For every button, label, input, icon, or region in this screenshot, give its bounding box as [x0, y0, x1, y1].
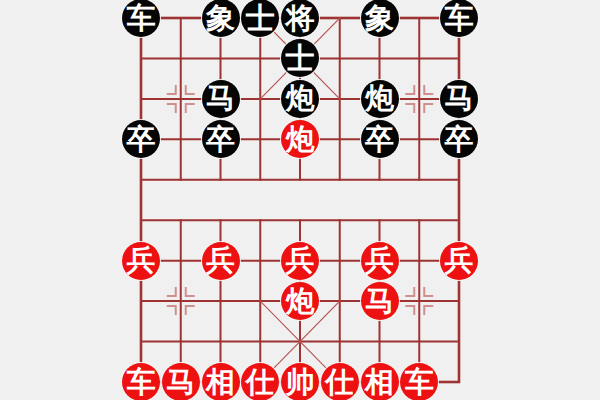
black-elephant[interactable]: 象 — [202, 0, 240, 37]
black-horse[interactable]: 马 — [202, 80, 240, 118]
black-soldier[interactable]: 卒 — [202, 120, 240, 158]
red-horse[interactable]: 马 — [361, 282, 399, 320]
red-advisor[interactable]: 仕 — [321, 363, 359, 400]
black-soldier[interactable]: 卒 — [122, 120, 160, 158]
red-soldier[interactable]: 兵 — [202, 242, 240, 280]
red-horse[interactable]: 马 — [162, 363, 200, 400]
black-cannon[interactable]: 炮 — [281, 80, 319, 118]
black-soldier[interactable]: 卒 — [440, 120, 478, 158]
black-soldier[interactable]: 卒 — [361, 120, 399, 158]
black-horse[interactable]: 马 — [440, 80, 478, 118]
black-cannon[interactable]: 炮 — [361, 80, 399, 118]
black-advisor[interactable]: 士 — [241, 0, 279, 37]
red-general[interactable]: 帅 — [281, 363, 319, 400]
black-elephant[interactable]: 象 — [361, 0, 399, 37]
red-soldier[interactable]: 兵 — [122, 242, 160, 280]
red-elephant[interactable]: 相 — [202, 363, 240, 400]
red-advisor[interactable]: 仕 — [241, 363, 279, 400]
red-cannon[interactable]: 炮 — [281, 120, 319, 158]
black-chariot[interactable]: 车 — [440, 0, 478, 37]
red-chariot[interactable]: 车 — [122, 363, 160, 400]
red-cannon[interactable]: 炮 — [281, 282, 319, 320]
red-chariot[interactable]: 车 — [400, 363, 438, 400]
black-general[interactable]: 将 — [281, 0, 319, 37]
red-elephant[interactable]: 相 — [361, 363, 399, 400]
black-advisor[interactable]: 士 — [281, 39, 319, 77]
black-chariot[interactable]: 车 — [122, 0, 160, 37]
red-soldier[interactable]: 兵 — [440, 242, 478, 280]
red-soldier[interactable]: 兵 — [281, 242, 319, 280]
xiangqi-board-diagram: 车象士将象车士马炮炮马卒卒炮卒卒兵兵兵兵兵炮马车马相仕帅仕相车 — [0, 0, 600, 400]
red-soldier[interactable]: 兵 — [361, 242, 399, 280]
